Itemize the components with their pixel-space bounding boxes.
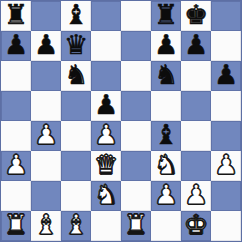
square-g4[interactable] xyxy=(181,121,211,151)
piece-white-rook[interactable]: ♜ xyxy=(4,211,28,240)
square-h5[interactable] xyxy=(211,91,241,121)
square-e1[interactable]: ♜ xyxy=(121,211,151,241)
square-a3[interactable]: ♟ xyxy=(1,151,31,181)
square-h7[interactable] xyxy=(211,31,241,61)
piece-black-pawn[interactable]: ♟ xyxy=(4,31,28,60)
square-e7[interactable] xyxy=(121,31,151,61)
square-b7[interactable]: ♟ xyxy=(31,31,61,61)
square-f8[interactable]: ♜ xyxy=(151,1,181,31)
piece-white-king[interactable]: ♚ xyxy=(184,211,208,240)
square-g1[interactable]: ♚ xyxy=(181,211,211,241)
piece-white-pawn[interactable]: ♟ xyxy=(4,151,28,180)
square-g7[interactable]: ♟ xyxy=(181,31,211,61)
piece-white-queen[interactable]: ♛ xyxy=(94,151,118,180)
square-h3[interactable]: ♟ xyxy=(211,151,241,181)
square-d1[interactable] xyxy=(91,211,121,241)
piece-white-bishop[interactable]: ♝ xyxy=(64,211,88,240)
piece-white-pawn[interactable]: ♟ xyxy=(34,121,58,150)
square-d5[interactable]: ♟ xyxy=(91,91,121,121)
square-h4[interactable] xyxy=(211,121,241,151)
piece-white-pawn[interactable]: ♟ xyxy=(154,181,178,210)
square-f7[interactable]: ♟ xyxy=(151,31,181,61)
square-e8[interactable] xyxy=(121,1,151,31)
square-f3[interactable]: ♞ xyxy=(151,151,181,181)
square-c5[interactable] xyxy=(61,91,91,121)
square-d3[interactable]: ♛ xyxy=(91,151,121,181)
square-f1[interactable] xyxy=(151,211,181,241)
piece-black-king[interactable]: ♚ xyxy=(184,1,208,30)
square-d8[interactable] xyxy=(91,1,121,31)
square-f2[interactable]: ♟ xyxy=(151,181,181,211)
piece-black-pawn[interactable]: ♟ xyxy=(154,31,178,60)
square-c1[interactable]: ♝ xyxy=(61,211,91,241)
square-e3[interactable] xyxy=(121,151,151,181)
square-d6[interactable] xyxy=(91,61,121,91)
square-d4[interactable]: ♟ xyxy=(91,121,121,151)
square-g6[interactable] xyxy=(181,61,211,91)
square-a2[interactable] xyxy=(1,181,31,211)
piece-black-knight[interactable]: ♞ xyxy=(154,61,178,90)
square-g5[interactable] xyxy=(181,91,211,121)
chess-board: ♜♝♜♚♟♟♛♟♟♞♞♟♟♟♟♝♟♛♞♟♞♟♟♜♝♝♜♚ xyxy=(0,0,242,242)
piece-white-rook[interactable]: ♜ xyxy=(124,211,148,240)
piece-black-rook[interactable]: ♜ xyxy=(4,1,28,30)
square-d2[interactable]: ♞ xyxy=(91,181,121,211)
square-f4[interactable]: ♝ xyxy=(151,121,181,151)
piece-white-pawn[interactable]: ♟ xyxy=(184,181,208,210)
square-a5[interactable] xyxy=(1,91,31,121)
square-c2[interactable] xyxy=(61,181,91,211)
piece-black-pawn[interactable]: ♟ xyxy=(214,61,238,90)
square-d7[interactable] xyxy=(91,31,121,61)
square-b5[interactable] xyxy=(31,91,61,121)
piece-white-bishop[interactable]: ♝ xyxy=(34,211,58,240)
square-h2[interactable] xyxy=(211,181,241,211)
piece-black-pawn[interactable]: ♟ xyxy=(94,91,118,120)
square-c7[interactable]: ♛ xyxy=(61,31,91,61)
square-e4[interactable] xyxy=(121,121,151,151)
piece-black-pawn[interactable]: ♟ xyxy=(34,31,58,60)
square-a1[interactable]: ♜ xyxy=(1,211,31,241)
square-b3[interactable] xyxy=(31,151,61,181)
piece-white-knight[interactable]: ♞ xyxy=(94,181,118,210)
square-a8[interactable]: ♜ xyxy=(1,1,31,31)
square-a4[interactable] xyxy=(1,121,31,151)
square-c3[interactable] xyxy=(61,151,91,181)
piece-black-bishop[interactable]: ♝ xyxy=(64,1,88,30)
square-c8[interactable]: ♝ xyxy=(61,1,91,31)
square-e6[interactable] xyxy=(121,61,151,91)
square-f6[interactable]: ♞ xyxy=(151,61,181,91)
square-h1[interactable] xyxy=(211,211,241,241)
square-a6[interactable] xyxy=(1,61,31,91)
piece-black-queen[interactable]: ♛ xyxy=(64,31,88,60)
square-f5[interactable] xyxy=(151,91,181,121)
piece-black-rook[interactable]: ♜ xyxy=(154,1,178,30)
square-g8[interactable]: ♚ xyxy=(181,1,211,31)
piece-black-knight[interactable]: ♞ xyxy=(64,61,88,90)
piece-white-knight[interactable]: ♞ xyxy=(154,151,178,180)
square-b2[interactable] xyxy=(31,181,61,211)
square-c6[interactable]: ♞ xyxy=(61,61,91,91)
square-a7[interactable]: ♟ xyxy=(1,31,31,61)
square-c4[interactable] xyxy=(61,121,91,151)
square-h6[interactable]: ♟ xyxy=(211,61,241,91)
piece-white-pawn[interactable]: ♟ xyxy=(214,151,238,180)
piece-black-bishop[interactable]: ♝ xyxy=(154,121,178,150)
square-b6[interactable] xyxy=(31,61,61,91)
square-b1[interactable]: ♝ xyxy=(31,211,61,241)
square-g3[interactable] xyxy=(181,151,211,181)
piece-white-pawn[interactable]: ♟ xyxy=(94,121,118,150)
square-e5[interactable] xyxy=(121,91,151,121)
square-b4[interactable]: ♟ xyxy=(31,121,61,151)
piece-black-pawn[interactable]: ♟ xyxy=(184,31,208,60)
square-g2[interactable]: ♟ xyxy=(181,181,211,211)
square-b8[interactable] xyxy=(31,1,61,31)
square-e2[interactable] xyxy=(121,181,151,211)
square-h8[interactable] xyxy=(211,1,241,31)
